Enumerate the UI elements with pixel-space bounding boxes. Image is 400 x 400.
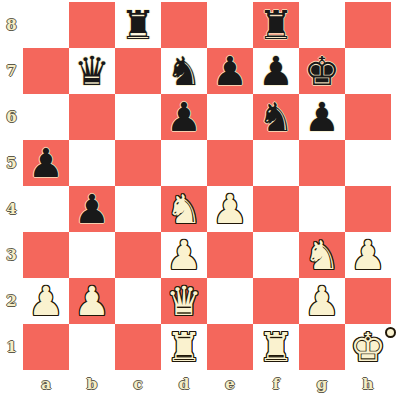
square-d1[interactable]: ♜ (161, 324, 207, 370)
file-label-a: a (23, 370, 69, 398)
black-king[interactable]: ♚ (304, 48, 340, 94)
square-d2[interactable]: ♛ (161, 278, 207, 324)
square-g2[interactable]: ♟ (299, 278, 345, 324)
square-a8[interactable] (23, 2, 69, 48)
square-g1[interactable] (299, 324, 345, 370)
square-b5[interactable] (69, 140, 115, 186)
square-h8[interactable] (345, 2, 391, 48)
square-b2[interactable]: ♟ (69, 278, 115, 324)
square-h3[interactable]: ♟ (345, 232, 391, 278)
white-pawn[interactable]: ♟ (212, 186, 248, 232)
square-a1[interactable] (23, 324, 69, 370)
square-c8[interactable]: ♜ (115, 2, 161, 48)
black-pawn[interactable]: ♟ (166, 94, 202, 140)
square-d5[interactable] (161, 140, 207, 186)
white-knight[interactable]: ♞ (166, 186, 202, 232)
square-e6[interactable] (207, 94, 253, 140)
white-knight[interactable]: ♞ (304, 232, 340, 278)
square-d8[interactable] (161, 2, 207, 48)
square-f5[interactable] (253, 140, 299, 186)
square-d3[interactable]: ♟ (161, 232, 207, 278)
square-h6[interactable] (345, 94, 391, 140)
black-pawn[interactable]: ♟ (258, 48, 294, 94)
white-king[interactable]: ♚ (350, 324, 386, 370)
file-label-g: g (299, 370, 345, 398)
square-g3[interactable]: ♞ (299, 232, 345, 278)
file-label-d: d (161, 370, 207, 398)
square-e8[interactable] (207, 2, 253, 48)
square-c5[interactable] (115, 140, 161, 186)
square-e5[interactable] (207, 140, 253, 186)
white-rook[interactable]: ♜ (258, 324, 294, 370)
file-label-h: h (345, 370, 391, 398)
white-queen[interactable]: ♛ (166, 278, 202, 324)
white-to-move-indicator (385, 327, 396, 338)
white-pawn[interactable]: ♟ (350, 232, 386, 278)
square-c7[interactable] (115, 48, 161, 94)
square-f6[interactable]: ♞ (253, 94, 299, 140)
square-h7[interactable] (345, 48, 391, 94)
white-pawn[interactable]: ♟ (28, 278, 64, 324)
square-h5[interactable] (345, 140, 391, 186)
square-e2[interactable] (207, 278, 253, 324)
white-pawn[interactable]: ♟ (166, 232, 202, 278)
black-rook[interactable]: ♜ (120, 2, 156, 48)
black-pawn[interactable]: ♟ (28, 140, 64, 186)
square-f4[interactable] (253, 186, 299, 232)
square-c4[interactable] (115, 186, 161, 232)
white-pawn[interactable]: ♟ (74, 278, 110, 324)
white-pawn[interactable]: ♟ (304, 278, 340, 324)
rank-label-4: 4 (0, 186, 23, 232)
file-labels: abcdefgh (23, 370, 391, 398)
rank-label-7: 7 (0, 48, 23, 94)
file-label-e: e (207, 370, 253, 398)
file-label-c: c (115, 370, 161, 398)
black-pawn[interactable]: ♟ (212, 48, 248, 94)
black-knight[interactable]: ♞ (166, 48, 202, 94)
rank-label-8: 8 (0, 2, 23, 48)
square-d6[interactable]: ♟ (161, 94, 207, 140)
square-g4[interactable] (299, 186, 345, 232)
square-g8[interactable] (299, 2, 345, 48)
chess-board: ♜♜♛♞♟♟♚♟♞♟♟♟♞♟♟♞♟♟♟♛♟♜♜♚ (23, 2, 391, 370)
rank-label-2: 2 (0, 278, 23, 324)
square-a2[interactable]: ♟ (23, 278, 69, 324)
rank-label-5: 5 (0, 140, 23, 186)
black-queen[interactable]: ♛ (74, 48, 110, 94)
square-e4[interactable]: ♟ (207, 186, 253, 232)
square-b6[interactable] (69, 94, 115, 140)
square-h4[interactable] (345, 186, 391, 232)
square-b4[interactable]: ♟ (69, 186, 115, 232)
square-g7[interactable]: ♚ (299, 48, 345, 94)
square-c6[interactable] (115, 94, 161, 140)
rank-labels: 87654321 (0, 2, 23, 370)
rank-label-1: 1 (0, 324, 23, 370)
square-h2[interactable] (345, 278, 391, 324)
file-label-f: f (253, 370, 299, 398)
square-e1[interactable] (207, 324, 253, 370)
square-a4[interactable] (23, 186, 69, 232)
black-knight[interactable]: ♞ (258, 94, 294, 140)
chess-diagram: 87654321 ♜♜♛♞♟♟♚♟♞♟♟♟♞♟♟♞♟♟♟♛♟♜♜♚ abcdef… (0, 0, 400, 400)
square-f1[interactable]: ♜ (253, 324, 299, 370)
file-label-b: b (69, 370, 115, 398)
square-a6[interactable] (23, 94, 69, 140)
square-b7[interactable]: ♛ (69, 48, 115, 94)
square-f8[interactable]: ♜ (253, 2, 299, 48)
square-g5[interactable] (299, 140, 345, 186)
square-c1[interactable] (115, 324, 161, 370)
square-e7[interactable]: ♟ (207, 48, 253, 94)
white-rook[interactable]: ♜ (166, 324, 202, 370)
square-d4[interactable]: ♞ (161, 186, 207, 232)
rank-label-6: 6 (0, 94, 23, 140)
square-f3[interactable] (253, 232, 299, 278)
rank-label-3: 3 (0, 232, 23, 278)
black-pawn[interactable]: ♟ (74, 186, 110, 232)
square-c3[interactable] (115, 232, 161, 278)
black-pawn[interactable]: ♟ (304, 94, 340, 140)
square-b3[interactable] (69, 232, 115, 278)
square-d7[interactable]: ♞ (161, 48, 207, 94)
square-g6[interactable]: ♟ (299, 94, 345, 140)
square-a5[interactable]: ♟ (23, 140, 69, 186)
square-f2[interactable] (253, 278, 299, 324)
square-b1[interactable] (69, 324, 115, 370)
square-f7[interactable]: ♟ (253, 48, 299, 94)
square-a3[interactable] (23, 232, 69, 278)
square-e3[interactable] (207, 232, 253, 278)
square-b8[interactable] (69, 2, 115, 48)
square-a7[interactable] (23, 48, 69, 94)
square-c2[interactable] (115, 278, 161, 324)
black-rook[interactable]: ♜ (258, 2, 294, 48)
